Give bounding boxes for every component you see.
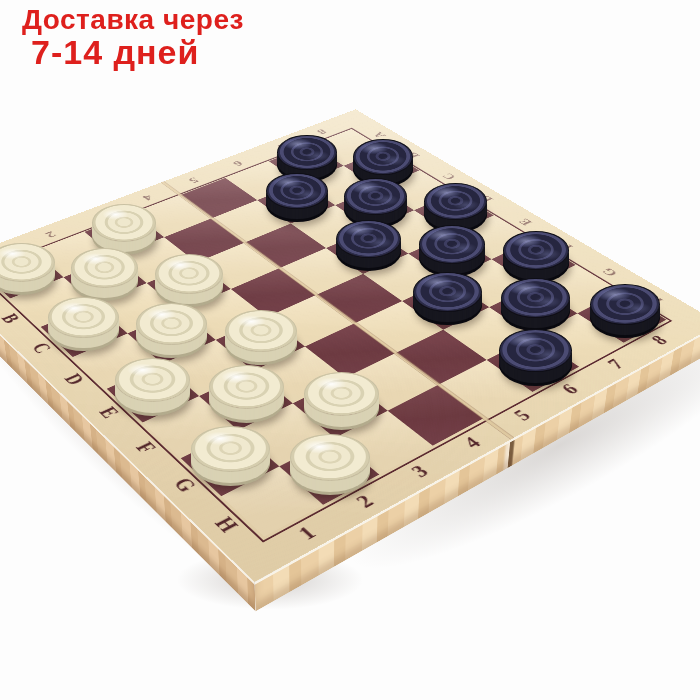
caption-line1: Доставка через	[22, 6, 244, 35]
caption-line2: 7-14 дней	[31, 35, 244, 70]
scene: AABBCCDDEEFFGGHH1122334455667788	[0, 0, 700, 700]
delivery-caption: Доставка через 7-14 дней	[22, 6, 244, 69]
board-grid	[0, 130, 667, 537]
checkers-board: AABBCCDDEEFFGGHH1122334455667788	[0, 109, 700, 582]
product-photo: AABBCCDDEEFFGGHH1122334455667788 Доставк…	[0, 0, 700, 700]
